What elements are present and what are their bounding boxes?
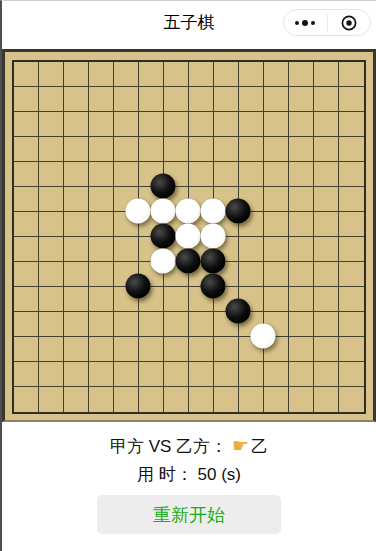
board-cell[interactable] (114, 287, 139, 312)
board-cell[interactable] (114, 237, 139, 262)
board-cell[interactable] (64, 287, 89, 312)
board-cell[interactable] (89, 337, 114, 362)
board-cell[interactable] (164, 237, 189, 262)
board-cell[interactable] (239, 337, 264, 362)
circled-dot-icon (340, 14, 358, 32)
board-cell[interactable] (89, 312, 114, 337)
board-cell[interactable] (239, 162, 264, 187)
board-cell[interactable] (289, 337, 314, 362)
board-cell[interactable] (264, 62, 289, 87)
board-cell[interactable] (164, 187, 189, 212)
board-cell[interactable] (339, 287, 364, 312)
board-cell[interactable] (289, 137, 314, 162)
board-cell[interactable] (214, 237, 239, 262)
board-cell[interactable] (89, 87, 114, 112)
board-cell[interactable] (14, 162, 39, 187)
board-cell[interactable] (314, 287, 339, 312)
board-cell[interactable] (89, 287, 114, 312)
board-cell[interactable] (314, 187, 339, 212)
board-cell[interactable] (164, 212, 189, 237)
board-cell[interactable] (214, 287, 239, 312)
board-cell[interactable] (314, 362, 339, 387)
board-cell[interactable] (214, 312, 239, 337)
board-cell[interactable] (164, 362, 189, 387)
board-cell[interactable] (39, 337, 64, 362)
board-cell[interactable] (139, 262, 164, 287)
board-cell[interactable] (189, 87, 214, 112)
board-cell[interactable] (64, 162, 89, 187)
board-cell[interactable] (239, 362, 264, 387)
board-cell[interactable] (139, 237, 164, 262)
board-cell[interactable] (39, 212, 64, 237)
board-cell[interactable] (14, 387, 39, 412)
board-cell[interactable] (139, 187, 164, 212)
players-status: 甲方 VS 乙方：☛乙 (2, 435, 376, 458)
board-cell[interactable] (264, 262, 289, 287)
board-cell[interactable] (89, 262, 114, 287)
board-cell[interactable] (89, 62, 114, 87)
board-cell[interactable] (239, 212, 264, 237)
board-cell[interactable] (189, 237, 214, 262)
board-cell[interactable] (164, 262, 189, 287)
pointing-hand-icon: ☛ (232, 435, 249, 456)
board-canvas (2, 49, 376, 422)
board-cell[interactable] (14, 87, 39, 112)
board-cell[interactable] (264, 187, 289, 212)
board-cell[interactable] (264, 112, 289, 137)
board-cell[interactable] (214, 212, 239, 237)
board-cell[interactable] (339, 187, 364, 212)
board-cell[interactable] (39, 87, 64, 112)
board-cell[interactable] (289, 187, 314, 212)
board-cell[interactable] (114, 362, 139, 387)
board-cell[interactable] (264, 212, 289, 237)
board-cell[interactable] (214, 362, 239, 387)
board-cell[interactable] (239, 137, 264, 162)
board-cell[interactable] (289, 212, 314, 237)
board-cell[interactable] (339, 137, 364, 162)
board-cell[interactable] (214, 137, 239, 162)
board-cell[interactable] (289, 112, 314, 137)
board-cell[interactable] (64, 212, 89, 237)
board-cell[interactable] (239, 112, 264, 137)
board-cell[interactable] (14, 237, 39, 262)
status-panel: 甲方 VS 乙方：☛乙 用 时： 50 (s) 重新开始 (2, 435, 376, 534)
board-cell[interactable] (139, 337, 164, 362)
board-cell[interactable] (164, 312, 189, 337)
board-cell[interactable] (239, 287, 264, 312)
board-cell[interactable] (89, 237, 114, 262)
board-cell[interactable] (214, 162, 239, 187)
board-cell[interactable] (339, 362, 364, 387)
board-cell[interactable] (139, 362, 164, 387)
board-cell[interactable] (189, 62, 214, 87)
wechat-capsule (283, 9, 371, 36)
board-cell[interactable] (164, 387, 189, 412)
board-cell[interactable] (189, 137, 214, 162)
board-cell[interactable] (139, 137, 164, 162)
board-cell[interactable] (164, 287, 189, 312)
board-cell[interactable] (64, 337, 89, 362)
board-cell[interactable] (214, 262, 239, 287)
board-cell[interactable] (189, 362, 214, 387)
board-cell[interactable] (64, 387, 89, 412)
board-cell[interactable] (114, 112, 139, 137)
ellipsis-icon (295, 20, 315, 26)
board-cell[interactable] (339, 237, 364, 262)
board-cell[interactable] (189, 187, 214, 212)
board-cell[interactable] (64, 112, 89, 137)
board-cell[interactable] (239, 312, 264, 337)
board-cell[interactable] (114, 212, 139, 237)
board-cell[interactable] (289, 312, 314, 337)
board-cell[interactable] (114, 337, 139, 362)
board-cell[interactable] (314, 62, 339, 87)
board-cell[interactable] (339, 337, 364, 362)
more-button[interactable] (284, 10, 327, 35)
board-cell[interactable] (64, 262, 89, 287)
board-cell[interactable] (39, 362, 64, 387)
board-cell[interactable] (164, 162, 189, 187)
board-cell[interactable] (39, 137, 64, 162)
board-cell[interactable] (264, 362, 289, 387)
board-cell[interactable] (64, 187, 89, 212)
board-cell[interactable] (89, 212, 114, 237)
board-cell[interactable] (114, 62, 139, 87)
exit-button[interactable] (328, 10, 371, 35)
board-cell[interactable] (314, 87, 339, 112)
board-cell[interactable] (189, 162, 214, 187)
board-cell[interactable] (239, 187, 264, 212)
board-cell[interactable] (289, 387, 314, 412)
board-cell[interactable] (189, 287, 214, 312)
board-cell[interactable] (339, 262, 364, 287)
board-cell[interactable] (314, 337, 339, 362)
board-cell[interactable] (264, 87, 289, 112)
board-cell[interactable] (239, 62, 264, 87)
board-cell[interactable] (314, 262, 339, 287)
board-cell[interactable] (189, 212, 214, 237)
board-cell[interactable] (164, 112, 189, 137)
board-cell[interactable] (14, 187, 39, 212)
board-cell[interactable] (39, 387, 64, 412)
board-cell[interactable] (14, 362, 39, 387)
nav-bar: 五子棋 (2, 1, 376, 49)
board-cell[interactable] (14, 337, 39, 362)
board-cell[interactable] (239, 87, 264, 112)
board-cell[interactable] (39, 62, 64, 87)
board-cell[interactable] (339, 112, 364, 137)
board-cell[interactable] (264, 387, 289, 412)
board-cell[interactable] (64, 62, 89, 87)
board-cell[interactable] (339, 87, 364, 112)
board-cell[interactable] (214, 337, 239, 362)
board-cell[interactable] (64, 87, 89, 112)
board-cell[interactable] (139, 212, 164, 237)
board-cell[interactable] (14, 212, 39, 237)
board-cell[interactable] (164, 337, 189, 362)
board-cell[interactable] (189, 312, 214, 337)
board-cell[interactable] (114, 162, 139, 187)
board-cell[interactable] (214, 387, 239, 412)
board-cell[interactable] (339, 387, 364, 412)
board-cell[interactable] (114, 262, 139, 287)
board-cell[interactable] (339, 162, 364, 187)
board-cell[interactable] (339, 312, 364, 337)
board-cell[interactable] (289, 87, 314, 112)
time-value: 50 (197, 465, 216, 484)
board-cell[interactable] (314, 237, 339, 262)
restart-button[interactable]: 重新开始 (97, 495, 281, 534)
board-cell[interactable] (189, 262, 214, 287)
players-label: 甲方 VS 乙方： (110, 437, 227, 456)
board-cell[interactable] (339, 212, 364, 237)
board-cell[interactable] (239, 262, 264, 287)
board-cell[interactable] (14, 112, 39, 137)
board-cell[interactable] (314, 387, 339, 412)
board-cell[interactable] (189, 112, 214, 137)
board-cell[interactable] (39, 287, 64, 312)
board-cell[interactable] (289, 262, 314, 287)
timer-status: 用 时： 50 (s) (2, 464, 376, 486)
board-cell[interactable] (264, 162, 289, 187)
board-cell[interactable] (64, 362, 89, 387)
board-cell[interactable] (39, 312, 64, 337)
board-cell[interactable] (239, 237, 264, 262)
board-cell[interactable] (189, 337, 214, 362)
board-cell[interactable] (89, 112, 114, 137)
board-grid[interactable] (12, 60, 366, 414)
board-cell[interactable] (64, 237, 89, 262)
board-cell[interactable] (114, 312, 139, 337)
board-cell[interactable] (89, 387, 114, 412)
board-cell[interactable] (264, 312, 289, 337)
board-cell[interactable] (89, 162, 114, 187)
board-cell[interactable] (139, 162, 164, 187)
board-cell[interactable] (164, 62, 189, 87)
board-cell[interactable] (314, 162, 339, 187)
board-cell[interactable] (339, 62, 364, 87)
board-cell[interactable] (39, 262, 64, 287)
board-cell[interactable] (264, 287, 289, 312)
board-cell[interactable] (139, 87, 164, 112)
board-cell[interactable] (89, 187, 114, 212)
board-cell[interactable] (214, 62, 239, 87)
mini-program-window: 五子棋 甲方 VS 乙方：☛乙 用 时： 50 (s) (0, 0, 376, 551)
board-cell[interactable] (139, 312, 164, 337)
board-cell[interactable] (14, 62, 39, 87)
board-cell[interactable] (14, 312, 39, 337)
board-cell[interactable] (314, 137, 339, 162)
board-cell[interactable] (314, 112, 339, 137)
board-cell[interactable] (264, 337, 289, 362)
board-cell[interactable] (114, 187, 139, 212)
board-cell[interactable] (289, 162, 314, 187)
board-cell[interactable] (264, 237, 289, 262)
board-cell[interactable] (39, 162, 64, 187)
board-cell[interactable] (39, 237, 64, 262)
board-cell[interactable] (289, 237, 314, 262)
board-cell[interactable] (139, 112, 164, 137)
board-cell[interactable] (314, 212, 339, 237)
board-cell[interactable] (39, 187, 64, 212)
board-cell[interactable] (114, 387, 139, 412)
board-cell[interactable] (239, 387, 264, 412)
board-cell[interactable] (289, 287, 314, 312)
board-cell[interactable] (89, 137, 114, 162)
board-cell[interactable] (139, 62, 164, 87)
board-cell[interactable] (114, 137, 139, 162)
board-cell[interactable] (314, 312, 339, 337)
board-cell[interactable] (264, 137, 289, 162)
board-cell[interactable] (89, 362, 114, 387)
board-cell[interactable] (214, 87, 239, 112)
board-cell[interactable] (14, 262, 39, 287)
board-cell[interactable] (14, 137, 39, 162)
board-cell[interactable] (139, 287, 164, 312)
board-cell[interactable] (114, 87, 139, 112)
board-cell[interactable] (64, 137, 89, 162)
board-cell[interactable] (64, 312, 89, 337)
board-cell[interactable] (139, 387, 164, 412)
board-cell[interactable] (39, 112, 64, 137)
board-cell[interactable] (214, 187, 239, 212)
time-unit: (s) (221, 465, 241, 484)
board-cell[interactable] (289, 362, 314, 387)
board-cell[interactable] (289, 62, 314, 87)
board-cell[interactable] (164, 87, 189, 112)
board-cell[interactable] (214, 112, 239, 137)
turn-player: 乙 (251, 437, 268, 456)
time-label: 用 时： (137, 465, 193, 484)
board-cell[interactable] (189, 387, 214, 412)
board-cell[interactable] (164, 137, 189, 162)
board-cell[interactable] (14, 287, 39, 312)
